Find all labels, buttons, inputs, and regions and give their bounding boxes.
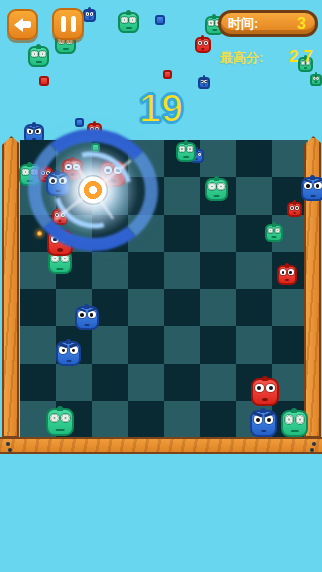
- block-mouth: [290, 430, 298, 432]
- block-pupil: [291, 207, 293, 209]
- block-pupil: [316, 184, 319, 187]
- block-mouth: [56, 429, 65, 431]
- block-mouth: [213, 195, 220, 197]
- block-antenna: [214, 176, 219, 181]
- block-eye: [288, 269, 294, 275]
- highscore-value: 27: [289, 47, 318, 67]
- screw-icon: [6, 442, 10, 446]
- highscore-row: 最高分: 27: [220, 47, 318, 67]
- screw-icon: [310, 448, 314, 452]
- timer-value: 3: [297, 15, 306, 33]
- block-eye: [61, 414, 70, 423]
- block-pupil: [269, 386, 273, 390]
- block-green[interactable]: [205, 178, 228, 201]
- block-green[interactable]: [281, 410, 308, 437]
- block-antenna: [66, 339, 71, 344]
- block-eye: [217, 183, 224, 190]
- back-button[interactable]: [7, 9, 38, 40]
- block-eye: [268, 228, 273, 233]
- block-eye: [255, 384, 264, 393]
- block-eye: [50, 414, 59, 423]
- block-eye: [296, 415, 305, 423]
- block-pupil: [199, 154, 201, 156]
- block-eye: [187, 146, 193, 152]
- block-red[interactable]: [251, 378, 279, 406]
- block-pupil: [306, 184, 309, 187]
- block-blue[interactable]: [301, 177, 322, 201]
- block-mouth: [57, 248, 63, 252]
- block-pupil: [256, 418, 260, 422]
- block-antenna: [272, 222, 276, 227]
- block-pupil: [72, 349, 76, 352]
- block-antenna: [310, 175, 315, 180]
- block-antenna: [285, 263, 289, 268]
- block-eye: [61, 255, 69, 262]
- block-antenna: [260, 408, 266, 413]
- block-red[interactable]: [277, 265, 297, 285]
- highscore-label: 最高分:: [220, 49, 263, 67]
- block-eye: [285, 415, 294, 423]
- block-antenna: [84, 304, 89, 309]
- block-green[interactable]: [46, 408, 74, 436]
- block-pupil: [90, 313, 93, 316]
- block-antenna: [57, 406, 63, 411]
- timer-panel: 时间: 3: [218, 10, 318, 37]
- block-eye: [266, 384, 275, 393]
- bottom-wood-bar: [0, 437, 322, 454]
- block-mouth: [262, 398, 268, 402]
- block-mouth: [311, 195, 316, 197]
- block-mouth: [271, 236, 276, 238]
- screw-icon: [8, 448, 12, 452]
- block-antenna: [293, 200, 296, 205]
- block-pupil: [282, 271, 285, 274]
- block-eye: [179, 146, 185, 152]
- block-blue[interactable]: [56, 341, 81, 366]
- block-eye: [275, 228, 280, 233]
- block-pupil: [62, 349, 66, 352]
- block-pupil: [289, 271, 292, 274]
- screw-icon: [312, 442, 316, 446]
- block-green[interactable]: [265, 224, 283, 242]
- block-mouth: [261, 430, 267, 432]
- block-pupil: [80, 313, 83, 316]
- block-eye: [295, 206, 299, 210]
- block-mouth: [196, 158, 198, 160]
- block-blue[interactable]: [250, 410, 277, 437]
- block-eye: [280, 269, 286, 275]
- block-mouth: [285, 279, 289, 282]
- game-screen: 时间: 3 最高分: 27 19: [0, 0, 322, 572]
- block-blue[interactable]: [75, 306, 99, 330]
- block-eye: [51, 255, 59, 262]
- block-antenna: [291, 408, 297, 413]
- block-eye: [290, 206, 294, 210]
- pause-button[interactable]: [52, 8, 84, 40]
- block-eye: [22, 169, 29, 175]
- back-arrow-icon: [14, 18, 31, 32]
- block-antenna: [184, 140, 188, 145]
- block-red[interactable]: [287, 202, 302, 217]
- spark-particle[interactable]: [37, 231, 42, 236]
- pause-icon: [58, 16, 78, 32]
- score-display: 19: [0, 86, 322, 131]
- block-mouth: [66, 360, 71, 362]
- block-pupil: [296, 207, 298, 209]
- explosion-core: [78, 175, 108, 205]
- block-pupil: [267, 418, 271, 422]
- block-antenna: [262, 376, 268, 381]
- block-eye: [208, 183, 215, 190]
- block-mouth: [183, 156, 189, 158]
- block-mouth: [85, 324, 90, 326]
- block-mouth: [293, 212, 296, 214]
- timer-label: 时间:: [228, 15, 258, 33]
- block-pupil: [257, 386, 261, 390]
- block-green[interactable]: [176, 142, 196, 162]
- block-mouth: [56, 268, 63, 270]
